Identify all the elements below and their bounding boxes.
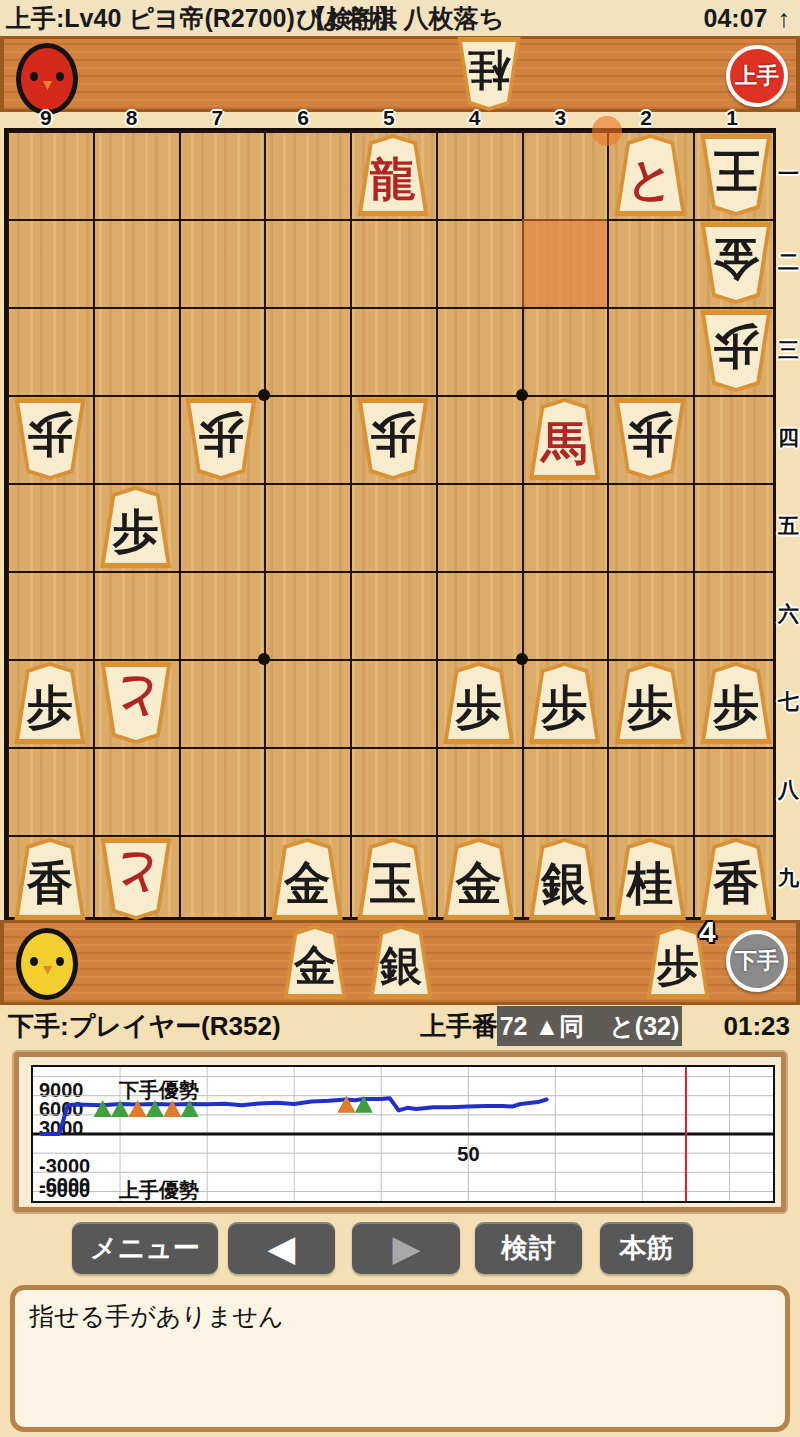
piece-glyph: と	[627, 156, 674, 202]
back-arrow-icon: ◀	[268, 1228, 294, 1268]
chick-beak	[43, 966, 52, 975]
square-5-2[interactable]	[350, 219, 436, 307]
upload-arrow-icon: ↑	[778, 4, 791, 33]
gote-avatar-red-chick	[16, 43, 78, 115]
chick-eye	[30, 957, 38, 966]
kento-button[interactable]: 検討	[475, 1222, 582, 1274]
square-7-8[interactable]	[179, 747, 265, 835]
chick-eye	[30, 72, 38, 81]
square-8-2[interactable]	[93, 219, 179, 307]
square-3-2[interactable]	[522, 219, 608, 307]
square-5-7[interactable]	[350, 659, 436, 747]
square-7-9[interactable]	[179, 835, 265, 923]
square-6-1[interactable]	[264, 131, 350, 219]
honsuji-button-label: 本筋	[620, 1230, 674, 1266]
piece-glyph: と	[112, 677, 159, 723]
app-title: ぴよ将棋 八枚落ち	[0, 2, 800, 35]
square-4-2[interactable]	[436, 219, 522, 307]
square-5-3[interactable]	[350, 307, 436, 395]
square-6-3[interactable]	[264, 307, 350, 395]
rank-label-6: 六	[778, 600, 799, 628]
square-6-7[interactable]	[264, 659, 350, 747]
piece-glyph: 龍	[370, 156, 416, 202]
sente-badge: 下手	[726, 930, 788, 992]
board[interactable]: 龍と王金歩歩歩歩馬歩歩歩と歩歩歩歩香と金玉金銀桂香	[4, 128, 776, 920]
chick-eye	[56, 72, 64, 81]
rank-label-9: 九	[778, 864, 799, 892]
sente-avatar-yellow-chick	[16, 928, 78, 1000]
eval-marker-triangle	[94, 1100, 112, 1117]
menu-button-label: メニュー	[90, 1230, 200, 1266]
sente-tray: 金銀歩4 下手	[0, 920, 800, 1005]
square-1-4[interactable]	[693, 395, 779, 483]
player-info: 下手:プレイヤー(R352)	[8, 1009, 281, 1044]
square-2-2[interactable]	[607, 219, 693, 307]
gote-badge-label: 上手	[735, 61, 779, 91]
square-1-5[interactable]	[693, 483, 779, 571]
piece-glyph: 歩	[627, 413, 673, 459]
piece-glyph: 金	[294, 945, 336, 987]
hand-sente-銀[interactable]: 銀	[368, 925, 434, 999]
square-4-6[interactable]	[436, 571, 522, 659]
square-3-5[interactable]	[522, 483, 608, 571]
square-3-1[interactable]	[522, 131, 608, 219]
file-label-7: 7	[211, 106, 223, 130]
piece-glyph: 歩	[113, 508, 159, 554]
square-8-6[interactable]	[93, 571, 179, 659]
square-9-2[interactable]	[7, 219, 93, 307]
square-5-8[interactable]	[350, 747, 436, 835]
file-label-2: 2	[640, 106, 652, 130]
eval-graph-box: 900060003000-3000-6000-9000下手優勢上手優勢50	[14, 1052, 786, 1212]
piece-glyph: 桂	[468, 50, 510, 92]
button-row: メニュー ◀ ▶ 検討 本筋	[0, 1222, 800, 1274]
square-2-8[interactable]	[607, 747, 693, 835]
square-8-8[interactable]	[93, 747, 179, 835]
piece-glyph: 歩	[27, 413, 73, 459]
square-4-8[interactable]	[436, 747, 522, 835]
square-2-6[interactable]	[607, 571, 693, 659]
status-row: 下手:プレイヤー(R352) 上手番 72 ▲同 と(32) 01:23	[0, 1005, 800, 1047]
square-9-8[interactable]	[7, 747, 93, 835]
turn-indicator: 上手番	[420, 1009, 498, 1044]
square-5-5[interactable]	[350, 483, 436, 571]
svg-text:下手優勢: 下手優勢	[118, 1079, 199, 1101]
square-7-5[interactable]	[179, 483, 265, 571]
square-9-3[interactable]	[7, 307, 93, 395]
forward-button[interactable]: ▶	[352, 1222, 460, 1274]
hoshi-dot	[258, 653, 270, 665]
square-3-8[interactable]	[522, 747, 608, 835]
square-7-6[interactable]	[179, 571, 265, 659]
piece-glyph: 香	[713, 860, 759, 906]
piece-glyph: 銀	[542, 860, 588, 906]
piece-glyph: 歩	[657, 945, 699, 987]
square-4-5[interactable]	[436, 483, 522, 571]
square-5-6[interactable]	[350, 571, 436, 659]
menu-button[interactable]: メニュー	[72, 1222, 218, 1274]
piece-glyph: 銀	[380, 945, 422, 987]
piece-glyph: 金	[713, 237, 759, 283]
hand-sente-金[interactable]: 金	[282, 925, 348, 999]
piece-glyph: 馬	[542, 420, 588, 466]
piece-glyph: と	[112, 853, 159, 899]
square-8-4[interactable]	[93, 395, 179, 483]
piece-glyph: 玉	[370, 860, 416, 906]
square-1-8[interactable]	[693, 747, 779, 835]
forward-arrow-icon: ▶	[393, 1228, 419, 1268]
file-labels: 987654321	[4, 110, 776, 128]
square-7-2[interactable]	[179, 219, 265, 307]
piece-glyph: 金	[456, 860, 502, 906]
move-number-badge: 72 ▲同 と(32)	[497, 1006, 682, 1046]
hand-gote-桂[interactable]: 桂	[456, 37, 522, 111]
square-8-1[interactable]	[93, 131, 179, 219]
hoshi-dot	[516, 389, 528, 401]
rank-label-3: 三	[778, 336, 799, 364]
svg-text:-9000: -9000	[39, 1179, 90, 1201]
square-8-3[interactable]	[93, 307, 179, 395]
piece-glyph: 王	[713, 149, 759, 195]
square-1-6[interactable]	[693, 571, 779, 659]
piece-glyph: 歩	[370, 413, 416, 459]
sente-clock: 01:23	[724, 1011, 791, 1042]
square-9-1[interactable]	[7, 131, 93, 219]
last-move-marker	[592, 116, 622, 146]
rank-label-8: 八	[778, 776, 799, 804]
file-label-5: 5	[383, 106, 395, 130]
square-6-4[interactable]	[264, 395, 350, 483]
square-2-3[interactable]	[607, 307, 693, 395]
square-4-1[interactable]	[436, 131, 522, 219]
file-label-3: 3	[555, 106, 567, 130]
piece-glyph: 歩	[627, 684, 673, 730]
piece-glyph: 歩	[713, 325, 759, 371]
eval-graph-svg: 900060003000-3000-6000-9000下手優勢上手優勢50	[33, 1067, 773, 1201]
top-status-bar: 上手:Lv40 ピヨ帝(R2700) 【検討】 ぴよ将棋 八枚落ち 04:07 …	[0, 0, 800, 36]
sente-badge-label: 下手	[735, 946, 779, 976]
piece-glyph: 香	[27, 860, 73, 906]
square-4-3[interactable]	[436, 307, 522, 395]
rank-label-1: 一	[778, 160, 799, 188]
rank-label-4: 四	[778, 424, 799, 452]
piece-glyph: 歩	[456, 684, 502, 730]
square-9-6[interactable]	[7, 571, 93, 659]
square-9-5[interactable]	[7, 483, 93, 571]
piece-glyph: 歩	[542, 684, 588, 730]
rank-label-2: 二	[778, 248, 799, 276]
honsuji-button[interactable]: 本筋	[600, 1222, 693, 1274]
rank-label-7: 七	[778, 688, 799, 716]
square-2-5[interactable]	[607, 483, 693, 571]
square-6-5[interactable]	[264, 483, 350, 571]
piece-glyph: 桂	[627, 860, 673, 906]
file-label-9: 9	[40, 106, 52, 130]
piece-glyph: 金	[284, 860, 330, 906]
svg-text:50: 50	[457, 1143, 479, 1165]
chick-beak	[43, 81, 52, 90]
square-7-1[interactable]	[179, 131, 265, 219]
message-box: 指せる手がありません	[10, 1285, 790, 1432]
back-button[interactable]: ◀	[228, 1222, 335, 1274]
gote-badge: 上手	[726, 45, 788, 107]
hand-count: 4	[699, 915, 716, 949]
kento-button-label: 検討	[502, 1230, 556, 1266]
gote-clock: 04:07	[704, 4, 768, 33]
piece-glyph: 歩	[198, 413, 244, 459]
square-6-6[interactable]	[264, 571, 350, 659]
file-label-8: 8	[126, 106, 138, 130]
piece-glyph: 歩	[713, 684, 759, 730]
rank-label-5: 五	[778, 512, 799, 540]
message-text: 指せる手がありません	[29, 1302, 284, 1330]
file-label-1: 1	[726, 106, 738, 130]
square-7-7[interactable]	[179, 659, 265, 747]
gote-tray: 桂 上手	[0, 36, 800, 112]
hoshi-dot	[516, 653, 528, 665]
square-3-3[interactable]	[522, 307, 608, 395]
square-6-2[interactable]	[264, 219, 350, 307]
file-label-6: 6	[297, 106, 309, 130]
svg-text:上手優勢: 上手優勢	[118, 1179, 199, 1201]
eval-graph-plot: 900060003000-3000-6000-9000下手優勢上手優勢50	[31, 1065, 775, 1203]
square-3-6[interactable]	[522, 571, 608, 659]
square-7-3[interactable]	[179, 307, 265, 395]
file-label-4: 4	[469, 106, 481, 130]
piece-glyph: 歩	[27, 684, 73, 730]
square-6-8[interactable]	[264, 747, 350, 835]
chick-eye	[56, 957, 64, 966]
rank-labels: 一二三四五六七八九	[776, 128, 800, 920]
square-4-4[interactable]	[436, 395, 522, 483]
hoshi-dot	[258, 389, 270, 401]
